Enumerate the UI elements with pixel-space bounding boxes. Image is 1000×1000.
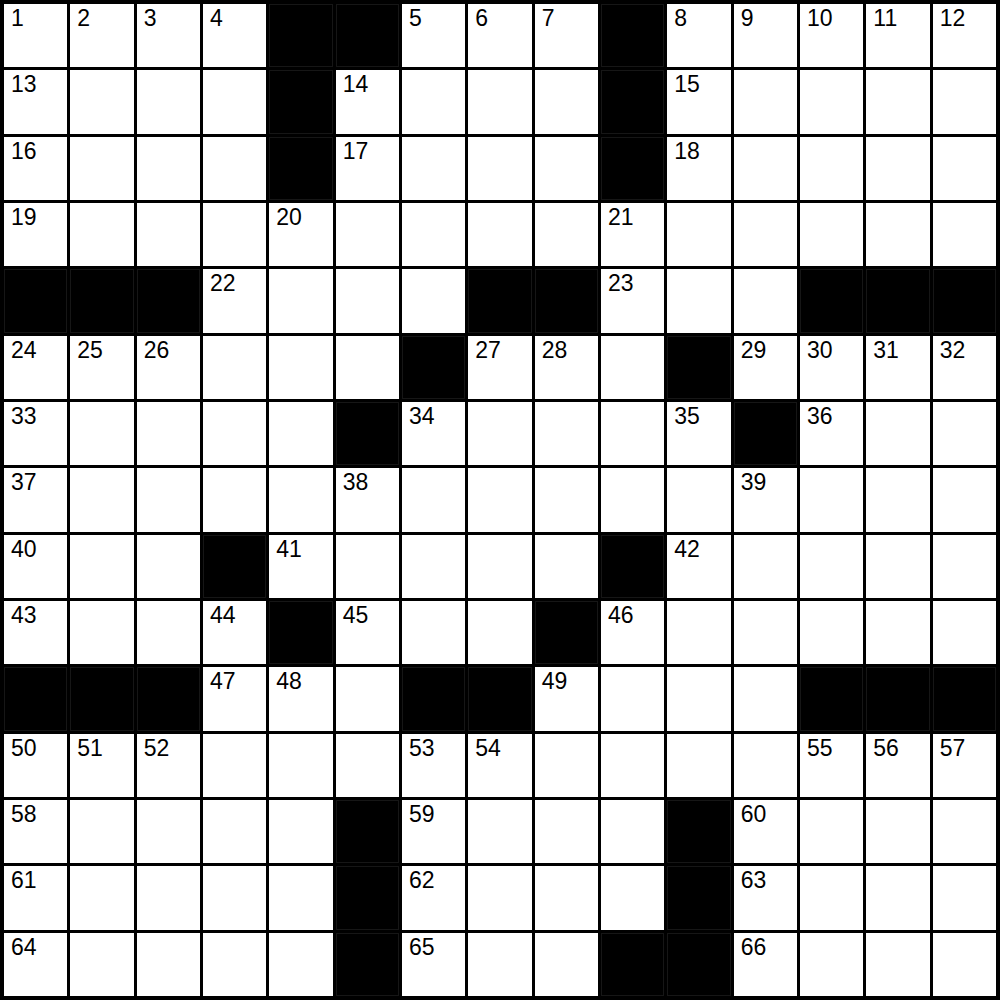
cell-r11c6[interactable] [336, 667, 399, 730]
cell-r7c8[interactable] [468, 402, 531, 465]
cell-r4c11[interactable] [667, 203, 730, 266]
clue-number: 20 [276, 205, 302, 229]
clue-number: 53 [409, 736, 435, 760]
cell-r9c4 [203, 535, 266, 598]
cell-r11c5[interactable]: 48 [269, 667, 332, 730]
cell-r2c6[interactable]: 14 [336, 70, 399, 133]
cell-r1c9[interactable]: 7 [535, 4, 598, 67]
cell-r7c1[interactable]: 33 [4, 402, 67, 465]
cell-r10c14[interactable] [866, 601, 929, 664]
cell-r11c14 [866, 667, 929, 730]
cell-r3c12[interactable] [734, 137, 797, 200]
clue-number: 55 [807, 736, 833, 760]
cell-r15c7[interactable]: 65 [402, 933, 465, 996]
clue-number: 50 [11, 736, 37, 760]
cell-r1c6 [336, 4, 399, 67]
cell-r15c1[interactable]: 64 [4, 933, 67, 996]
cell-r10c11[interactable] [667, 601, 730, 664]
cell-r4c4[interactable] [203, 203, 266, 266]
clue-number: 11 [873, 6, 897, 30]
cell-r14c7[interactable]: 62 [402, 866, 465, 929]
cell-r3c11[interactable]: 18 [667, 137, 730, 200]
cell-r3c6[interactable]: 17 [336, 137, 399, 200]
clue-number: 32 [940, 338, 966, 362]
clue-number: 61 [11, 868, 37, 892]
cell-r1c2[interactable]: 2 [70, 4, 133, 67]
cell-r15c6 [336, 933, 399, 996]
cell-r6c6[interactable] [336, 336, 399, 399]
cell-r13c4[interactable] [203, 800, 266, 863]
cell-r1c8[interactable]: 6 [468, 4, 531, 67]
cell-r7c10[interactable] [601, 402, 664, 465]
cell-r5c2 [70, 269, 133, 332]
cell-r7c12 [734, 402, 797, 465]
cell-r10c13[interactable] [800, 601, 863, 664]
cell-r15c14[interactable] [866, 933, 929, 996]
cell-r13c9[interactable] [535, 800, 598, 863]
cell-r11c7 [402, 667, 465, 730]
crossword-puzzle: 1234567891011121314151617181920212223242… [0, 0, 1000, 1000]
clue-number: 46 [608, 603, 634, 627]
cell-r5c5[interactable] [269, 269, 332, 332]
cell-r12c8[interactable]: 54 [468, 734, 531, 797]
clue-number: 5 [409, 6, 422, 30]
cell-r7c9[interactable] [535, 402, 598, 465]
clue-number: 59 [409, 802, 435, 826]
clue-number: 16 [11, 139, 37, 163]
cell-r2c11[interactable]: 15 [667, 70, 730, 133]
clue-number: 64 [11, 935, 37, 959]
clue-number: 42 [674, 537, 700, 561]
cell-r14c13[interactable] [800, 866, 863, 929]
clue-number: 51 [77, 736, 103, 760]
cell-r4c2[interactable] [70, 203, 133, 266]
cell-r2c3[interactable] [137, 70, 200, 133]
cell-r5c4[interactable]: 22 [203, 269, 266, 332]
cell-r13c10[interactable] [601, 800, 664, 863]
cell-r11c3 [137, 667, 200, 730]
cell-r14c15[interactable] [933, 866, 996, 929]
cell-r1c4[interactable]: 4 [203, 4, 266, 67]
cell-r6c10[interactable] [601, 336, 664, 399]
cell-r12c13[interactable]: 55 [800, 734, 863, 797]
clue-number: 13 [11, 72, 37, 96]
cell-r3c3[interactable] [137, 137, 200, 200]
clue-number: 2 [77, 6, 90, 30]
clue-number: 58 [11, 802, 37, 826]
clue-number: 45 [343, 603, 369, 627]
cell-r13c2[interactable] [70, 800, 133, 863]
cell-r13c11 [667, 800, 730, 863]
cell-r6c5[interactable] [269, 336, 332, 399]
clue-number: 17 [343, 139, 369, 163]
cell-r6c11 [667, 336, 730, 399]
cell-r1c5 [269, 4, 332, 67]
clue-number: 25 [77, 338, 103, 362]
cell-r5c9 [535, 269, 598, 332]
cell-r2c7[interactable] [402, 70, 465, 133]
cell-r3c14[interactable] [866, 137, 929, 200]
cell-r12c10[interactable] [601, 734, 664, 797]
clue-number: 12 [940, 6, 966, 30]
clue-number: 26 [144, 338, 170, 362]
cell-r12c7[interactable]: 53 [402, 734, 465, 797]
clue-number: 1 [11, 6, 24, 30]
cell-r12c1[interactable]: 50 [4, 734, 67, 797]
cell-r14c12[interactable]: 63 [734, 866, 797, 929]
cell-r12c2[interactable]: 51 [70, 734, 133, 797]
cell-r12c14[interactable]: 56 [866, 734, 929, 797]
cell-r10c10[interactable]: 46 [601, 601, 664, 664]
clue-number: 10 [807, 6, 833, 30]
cell-r15c13[interactable] [800, 933, 863, 996]
cell-r12c12[interactable] [734, 734, 797, 797]
cell-r9c9[interactable] [535, 535, 598, 598]
cell-r15c15[interactable] [933, 933, 996, 996]
clue-number: 31 [873, 338, 899, 362]
clue-number: 66 [741, 935, 767, 959]
cell-r1c15[interactable]: 12 [933, 4, 996, 67]
cell-r11c4[interactable]: 47 [203, 667, 266, 730]
cell-r11c13 [800, 667, 863, 730]
cell-r12c11[interactable] [667, 734, 730, 797]
cell-r4c3[interactable] [137, 203, 200, 266]
cell-r7c14[interactable] [866, 402, 929, 465]
cell-r14c10[interactable] [601, 866, 664, 929]
clue-number: 27 [475, 338, 501, 362]
cell-r9c11[interactable]: 42 [667, 535, 730, 598]
cell-r10c12[interactable] [734, 601, 797, 664]
clue-number: 41 [276, 537, 302, 561]
cell-r6c15[interactable]: 32 [933, 336, 996, 399]
cell-r9c15[interactable] [933, 535, 996, 598]
clue-number: 14 [343, 72, 369, 96]
cell-r14c9[interactable] [535, 866, 598, 929]
cell-r9c7[interactable] [402, 535, 465, 598]
cell-r1c7[interactable]: 5 [402, 4, 465, 67]
cell-r5c11[interactable] [667, 269, 730, 332]
cell-r4c14[interactable] [866, 203, 929, 266]
clue-number: 24 [11, 338, 37, 362]
clue-number: 63 [741, 868, 767, 892]
cell-r4c1[interactable]: 19 [4, 203, 67, 266]
cell-r3c5 [269, 137, 332, 200]
cell-r7c2[interactable] [70, 402, 133, 465]
cell-r10c3[interactable] [137, 601, 200, 664]
cell-r13c7[interactable]: 59 [402, 800, 465, 863]
clue-number: 40 [11, 537, 37, 561]
clue-number: 37 [11, 470, 37, 494]
cell-r10c1[interactable]: 43 [4, 601, 67, 664]
clue-number: 65 [409, 935, 435, 959]
clue-number: 22 [210, 271, 236, 295]
cell-r5c1 [4, 269, 67, 332]
cell-r10c6[interactable]: 45 [336, 601, 399, 664]
cell-r3c1[interactable]: 16 [4, 137, 67, 200]
clue-number: 3 [144, 6, 157, 30]
cell-r10c2[interactable] [70, 601, 133, 664]
clue-number: 6 [475, 6, 488, 30]
cell-r15c11 [667, 933, 730, 996]
cell-r9c8[interactable] [468, 535, 531, 598]
cell-r12c15[interactable]: 57 [933, 734, 996, 797]
clue-number: 48 [276, 669, 302, 693]
cell-r5c7[interactable] [402, 269, 465, 332]
cell-r2c2[interactable] [70, 70, 133, 133]
cell-r11c8 [468, 667, 531, 730]
cell-r6c12[interactable]: 29 [734, 336, 797, 399]
cell-r8c14[interactable] [866, 468, 929, 531]
cell-r9c5[interactable]: 41 [269, 535, 332, 598]
clue-number: 38 [343, 470, 369, 494]
cell-r15c10 [601, 933, 664, 996]
cell-r2c8[interactable] [468, 70, 531, 133]
cell-r15c12[interactable]: 66 [734, 933, 797, 996]
cell-r11c10[interactable] [601, 667, 664, 730]
cell-r8c11[interactable] [667, 468, 730, 531]
cell-r4c12[interactable] [734, 203, 797, 266]
cell-r12c6[interactable] [336, 734, 399, 797]
cell-r10c4[interactable]: 44 [203, 601, 266, 664]
cell-r8c4[interactable] [203, 468, 266, 531]
cell-r8c6[interactable]: 38 [336, 468, 399, 531]
cell-r14c4[interactable] [203, 866, 266, 929]
cell-r2c10 [601, 70, 664, 133]
clue-number: 60 [741, 802, 767, 826]
cell-r5c6[interactable] [336, 269, 399, 332]
clue-number: 15 [674, 72, 700, 96]
cell-r13c13[interactable] [800, 800, 863, 863]
clue-number: 19 [11, 205, 37, 229]
cell-r9c12[interactable] [734, 535, 797, 598]
cell-r8c2[interactable] [70, 468, 133, 531]
clue-number: 29 [741, 338, 767, 362]
cell-r7c6 [336, 402, 399, 465]
cell-r1c1[interactable]: 1 [4, 4, 67, 67]
cell-r13c12[interactable]: 60 [734, 800, 797, 863]
clue-number: 52 [144, 736, 170, 760]
clue-number: 43 [11, 603, 37, 627]
crossword-board: 1234567891011121314151617181920212223242… [0, 0, 1000, 1000]
cell-r12c9[interactable] [535, 734, 598, 797]
cell-r8c10[interactable] [601, 468, 664, 531]
cell-r7c11[interactable]: 35 [667, 402, 730, 465]
clue-number: 30 [807, 338, 833, 362]
cell-r10c8[interactable] [468, 601, 531, 664]
cell-r3c7[interactable] [402, 137, 465, 200]
cell-r4c13[interactable] [800, 203, 863, 266]
cell-r3c10 [601, 137, 664, 200]
cell-r2c14[interactable] [866, 70, 929, 133]
cell-r3c15[interactable] [933, 137, 996, 200]
cell-r6c13[interactable]: 30 [800, 336, 863, 399]
cell-r14c2[interactable] [70, 866, 133, 929]
cell-r15c2[interactable] [70, 933, 133, 996]
cell-r7c7[interactable]: 34 [402, 402, 465, 465]
cell-r14c6 [336, 866, 399, 929]
clue-number: 21 [608, 205, 634, 229]
cell-r5c3 [137, 269, 200, 332]
cell-r5c12[interactable] [734, 269, 797, 332]
cell-r13c5[interactable] [269, 800, 332, 863]
cell-r2c13[interactable] [800, 70, 863, 133]
cell-r11c11[interactable] [667, 667, 730, 730]
cell-r3c8[interactable] [468, 137, 531, 200]
cell-r15c4[interactable] [203, 933, 266, 996]
clue-number: 62 [409, 868, 435, 892]
cell-r6c4[interactable] [203, 336, 266, 399]
cell-r13c8[interactable] [468, 800, 531, 863]
cell-r10c7[interactable] [402, 601, 465, 664]
cell-r1c3[interactable]: 3 [137, 4, 200, 67]
clue-number: 8 [674, 6, 687, 30]
clue-number: 39 [741, 470, 767, 494]
cell-r8c13[interactable] [800, 468, 863, 531]
cell-r8c5[interactable] [269, 468, 332, 531]
clue-number: 7 [542, 6, 555, 30]
cell-r2c15[interactable] [933, 70, 996, 133]
cell-r5c15 [933, 269, 996, 332]
cell-r5c14 [866, 269, 929, 332]
clue-number: 33 [11, 404, 37, 428]
cell-r15c3[interactable] [137, 933, 200, 996]
clue-number: 44 [210, 603, 236, 627]
cell-r12c3[interactable]: 52 [137, 734, 200, 797]
cell-r13c15[interactable] [933, 800, 996, 863]
cell-r3c9[interactable] [535, 137, 598, 200]
cell-r5c13 [800, 269, 863, 332]
cell-r6c2[interactable]: 25 [70, 336, 133, 399]
cell-r13c1[interactable]: 58 [4, 800, 67, 863]
cell-r7c5[interactable] [269, 402, 332, 465]
cell-r9c14[interactable] [866, 535, 929, 598]
clue-number: 36 [807, 404, 833, 428]
cell-r9c10 [601, 535, 664, 598]
cell-r13c3[interactable] [137, 800, 200, 863]
cell-r3c13[interactable] [800, 137, 863, 200]
cell-r9c1[interactable]: 40 [4, 535, 67, 598]
cell-r7c3[interactable] [137, 402, 200, 465]
cell-r1c13[interactable]: 10 [800, 4, 863, 67]
cell-r10c15[interactable] [933, 601, 996, 664]
cell-r6c14[interactable]: 31 [866, 336, 929, 399]
clue-number: 57 [940, 736, 966, 760]
cell-r4c6[interactable] [336, 203, 399, 266]
cell-r8c12[interactable]: 39 [734, 468, 797, 531]
cell-r14c3[interactable] [137, 866, 200, 929]
cell-r14c8[interactable] [468, 866, 531, 929]
cell-r8c15[interactable] [933, 468, 996, 531]
cell-r15c8[interactable] [468, 933, 531, 996]
clue-number: 56 [873, 736, 899, 760]
cell-r1c10 [601, 4, 664, 67]
cell-r6c9[interactable]: 28 [535, 336, 598, 399]
cell-r14c11 [667, 866, 730, 929]
cell-r1c12[interactable]: 9 [734, 4, 797, 67]
cell-r15c5[interactable] [269, 933, 332, 996]
cell-r13c6 [336, 800, 399, 863]
cell-r7c4[interactable] [203, 402, 266, 465]
cell-r2c4[interactable] [203, 70, 266, 133]
cell-r4c7[interactable] [402, 203, 465, 266]
cell-r10c9 [535, 601, 598, 664]
cell-r11c9[interactable]: 49 [535, 667, 598, 730]
cell-r4c15[interactable] [933, 203, 996, 266]
cell-r2c1[interactable]: 13 [4, 70, 67, 133]
cell-r1c14[interactable]: 11 [866, 4, 929, 67]
cell-r5c8 [468, 269, 531, 332]
clue-number: 9 [741, 6, 754, 30]
clue-number: 4 [210, 6, 223, 30]
cell-r4c9[interactable] [535, 203, 598, 266]
cell-r4c5[interactable]: 20 [269, 203, 332, 266]
cell-r7c15[interactable] [933, 402, 996, 465]
cell-r11c1 [4, 667, 67, 730]
cell-r8c9[interactable] [535, 468, 598, 531]
cell-r9c6[interactable] [336, 535, 399, 598]
cell-r14c1[interactable]: 61 [4, 866, 67, 929]
clue-number: 49 [542, 669, 568, 693]
clue-number: 54 [475, 736, 501, 760]
cell-r8c3[interactable] [137, 468, 200, 531]
cell-r13c14[interactable] [866, 800, 929, 863]
cell-r8c8[interactable] [468, 468, 531, 531]
cell-r12c4[interactable] [203, 734, 266, 797]
cell-r8c7[interactable] [402, 468, 465, 531]
cell-r6c3[interactable]: 26 [137, 336, 200, 399]
cell-r1c11[interactable]: 8 [667, 4, 730, 67]
cell-r2c9[interactable] [535, 70, 598, 133]
cell-r11c2 [70, 667, 133, 730]
cell-r6c1[interactable]: 24 [4, 336, 67, 399]
clue-number: 18 [674, 139, 700, 163]
cell-r6c7 [402, 336, 465, 399]
cell-r3c4[interactable] [203, 137, 266, 200]
clue-number: 28 [542, 338, 568, 362]
cell-r10c5 [269, 601, 332, 664]
cell-r9c2[interactable] [70, 535, 133, 598]
cell-r11c12[interactable] [734, 667, 797, 730]
cell-r14c5[interactable] [269, 866, 332, 929]
cell-r11c15 [933, 667, 996, 730]
cell-r4c10[interactable]: 21 [601, 203, 664, 266]
cell-r4c8[interactable] [468, 203, 531, 266]
cell-r14c14[interactable] [866, 866, 929, 929]
cell-r12c5[interactable] [269, 734, 332, 797]
cell-r15c9[interactable] [535, 933, 598, 996]
cell-r3c2[interactable] [70, 137, 133, 200]
cell-r8c1[interactable]: 37 [4, 468, 67, 531]
cell-r2c12[interactable] [734, 70, 797, 133]
clue-number: 23 [608, 271, 634, 295]
clue-number: 34 [409, 404, 435, 428]
clue-number: 35 [674, 404, 700, 428]
cell-r5c10[interactable]: 23 [601, 269, 664, 332]
cell-r9c3[interactable] [137, 535, 200, 598]
cell-r9c13[interactable] [800, 535, 863, 598]
cell-r2c5 [269, 70, 332, 133]
cell-r7c13[interactable]: 36 [800, 402, 863, 465]
cell-r6c8[interactable]: 27 [468, 336, 531, 399]
clue-number: 47 [210, 669, 236, 693]
